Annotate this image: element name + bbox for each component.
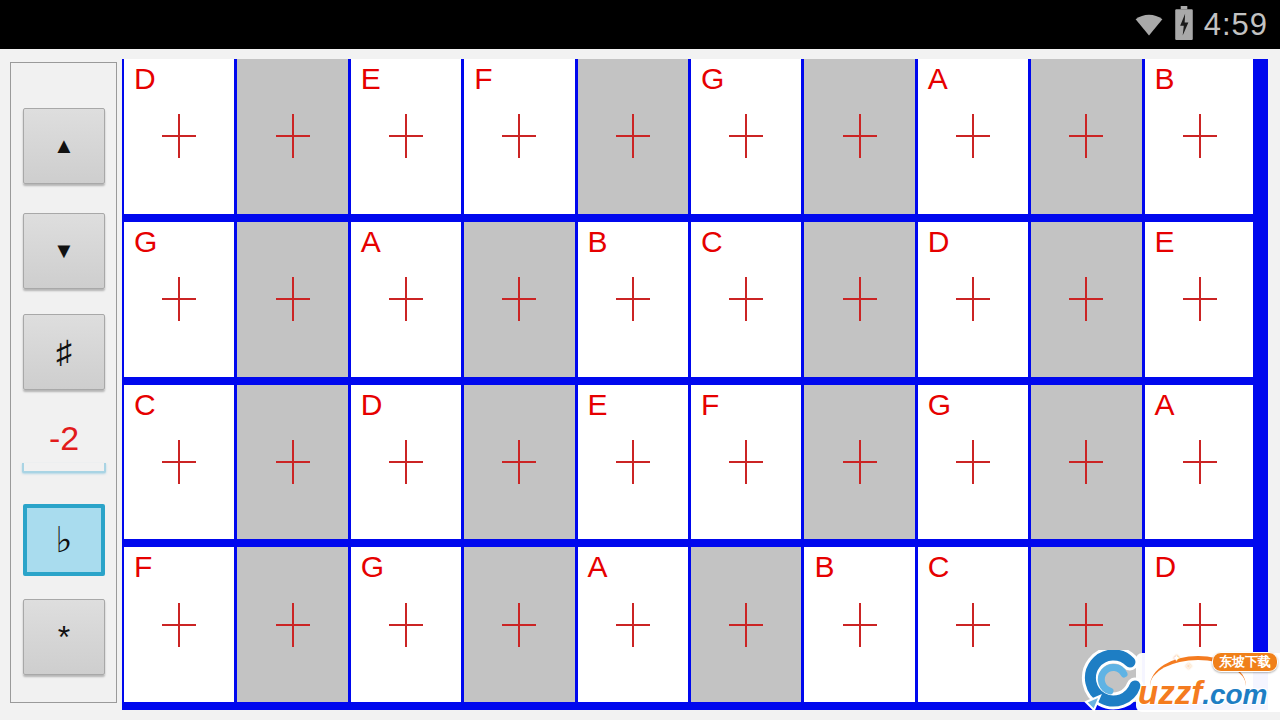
note-label: D: [134, 63, 156, 95]
note-cell[interactable]: D: [918, 222, 1028, 377]
crosshair-icon: [1183, 603, 1217, 647]
note-cell[interactable]: G: [351, 547, 461, 702]
note-cell[interactable]: A: [351, 222, 461, 377]
note-cell[interactable]: A: [1145, 385, 1255, 540]
note-cell[interactable]: A: [578, 547, 688, 702]
note-label: D: [1155, 551, 1177, 583]
crosshair-icon: [843, 603, 877, 647]
crosshair-icon: [616, 277, 650, 321]
note-label: G: [361, 551, 384, 583]
note-grid: D E F G A: [122, 59, 1255, 710]
note-cell[interactable]: [804, 59, 914, 214]
crosshair-icon: [843, 277, 877, 321]
note-cell[interactable]: [237, 59, 347, 214]
crosshair-icon: [1069, 603, 1103, 647]
note-label: A: [361, 226, 381, 258]
crosshair-icon: [276, 277, 310, 321]
crosshair-icon: [389, 440, 423, 484]
note-cell[interactable]: F: [124, 547, 234, 702]
note-cell[interactable]: E: [578, 385, 688, 540]
note-label: C: [134, 389, 156, 421]
note-label: E: [1155, 226, 1175, 258]
note-cell[interactable]: [1031, 385, 1141, 540]
transpose-input-underline: [22, 463, 106, 473]
note-cell[interactable]: [691, 547, 801, 702]
note-label: D: [928, 226, 950, 258]
note-cell[interactable]: C: [691, 222, 801, 377]
note-cell[interactable]: B: [804, 547, 914, 702]
crosshair-icon: [1183, 440, 1217, 484]
crosshair-icon: [1069, 277, 1103, 321]
note-cell[interactable]: [237, 385, 347, 540]
note-label: C: [701, 226, 723, 258]
watermark-site-name: uzzf: [1138, 674, 1202, 711]
note-label: B: [588, 226, 608, 258]
crosshair-icon: [502, 114, 536, 158]
watermark-badge: 东坡下载: [1212, 652, 1278, 672]
control-sidebar: ▲ ▼ ♯ -2 ♭ *: [10, 62, 117, 703]
note-cell[interactable]: D: [124, 59, 234, 214]
note-label: F: [134, 551, 152, 583]
sparkle-icon: ✧: [1184, 660, 1193, 673]
note-label: A: [928, 63, 948, 95]
crosshair-icon: [389, 114, 423, 158]
note-cell[interactable]: [464, 222, 574, 377]
note-label: G: [701, 63, 724, 95]
crosshair-icon: [1069, 114, 1103, 158]
note-label: B: [1155, 63, 1175, 95]
crosshair-icon: [276, 440, 310, 484]
note-cell[interactable]: [804, 222, 914, 377]
note-cell[interactable]: F: [464, 59, 574, 214]
note-label: G: [928, 389, 951, 421]
note-label: C: [928, 551, 950, 583]
uzzf-logo-swoosh-icon: [1080, 650, 1146, 718]
star-button[interactable]: *: [23, 599, 105, 675]
note-cell[interactable]: [804, 385, 914, 540]
crosshair-icon: [1183, 114, 1217, 158]
flat-button-selected[interactable]: ♭: [23, 504, 105, 576]
crosshair-icon: [1069, 440, 1103, 484]
note-cell[interactable]: G: [124, 222, 234, 377]
crosshair-icon: [616, 603, 650, 647]
octave-down-button[interactable]: ▼: [23, 213, 105, 289]
note-label: A: [1155, 389, 1175, 421]
note-label: B: [814, 551, 834, 583]
note-label: D: [361, 389, 383, 421]
note-label: E: [588, 389, 608, 421]
crosshair-icon: [389, 277, 423, 321]
crosshair-icon: [729, 603, 763, 647]
note-cell[interactable]: D: [351, 385, 461, 540]
crosshair-icon: [162, 114, 196, 158]
note-cell[interactable]: B: [1145, 59, 1255, 214]
crosshair-icon: [843, 440, 877, 484]
transpose-value[interactable]: -2: [23, 415, 105, 461]
note-cell[interactable]: F: [691, 385, 801, 540]
crosshair-icon: [729, 114, 763, 158]
uzzf-watermark: uzzf.com ✦ ✧ 东坡下载: [1080, 650, 1280, 714]
crosshair-icon: [502, 277, 536, 321]
watermark-text: uzzf.com: [1138, 674, 1268, 712]
note-cell[interactable]: G: [691, 59, 801, 214]
note-cell[interactable]: B: [578, 222, 688, 377]
note-cell[interactable]: [578, 59, 688, 214]
crosshair-icon: [502, 440, 536, 484]
sharp-button[interactable]: ♯: [23, 314, 105, 390]
crosshair-icon: [276, 114, 310, 158]
note-label: F: [701, 389, 719, 421]
note-cell[interactable]: [237, 547, 347, 702]
crosshair-icon: [162, 440, 196, 484]
note-cell[interactable]: G: [918, 385, 1028, 540]
note-cell[interactable]: [464, 385, 574, 540]
crosshair-icon: [162, 603, 196, 647]
crosshair-icon: [502, 603, 536, 647]
crosshair-icon: [729, 440, 763, 484]
note-cell[interactable]: [1031, 59, 1141, 214]
crosshair-icon: [616, 114, 650, 158]
note-label: A: [588, 551, 608, 583]
crosshair-icon: [729, 277, 763, 321]
watermark-domain-suffix: .com: [1202, 679, 1267, 710]
note-cell[interactable]: [237, 222, 347, 377]
note-cell[interactable]: [464, 547, 574, 702]
battery-charging-icon: [1173, 6, 1195, 44]
crosshair-icon: [276, 603, 310, 647]
note-label: G: [134, 226, 157, 258]
note-label: E: [361, 63, 381, 95]
crosshair-icon: [956, 440, 990, 484]
status-clock: 4:59: [1204, 7, 1268, 43]
crosshair-icon: [1183, 277, 1217, 321]
note-cell[interactable]: C: [124, 385, 234, 540]
status-bar: 4:59: [0, 0, 1280, 49]
note-cell[interactable]: E: [351, 59, 461, 214]
crosshair-icon: [162, 277, 196, 321]
note-cell[interactable]: E: [1145, 222, 1255, 377]
crosshair-icon: [389, 603, 423, 647]
grid-right-edge-bar: [1253, 59, 1268, 710]
octave-up-button[interactable]: ▲: [23, 108, 105, 184]
crosshair-icon: [616, 440, 650, 484]
note-cell[interactable]: A: [918, 59, 1028, 214]
crosshair-icon: [956, 277, 990, 321]
note-label: F: [474, 63, 492, 95]
crosshair-icon: [956, 114, 990, 158]
note-cell[interactable]: C: [918, 547, 1028, 702]
crosshair-icon: [843, 114, 877, 158]
wifi-icon: [1134, 10, 1164, 40]
note-cell[interactable]: [1031, 222, 1141, 377]
sparkle-icon: ✦: [1172, 652, 1181, 665]
crosshair-icon: [956, 603, 990, 647]
